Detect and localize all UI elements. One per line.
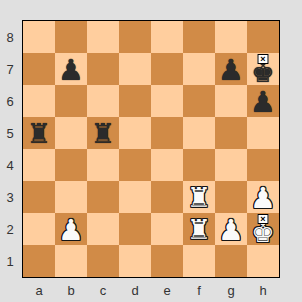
square-c2[interactable]: [87, 213, 119, 245]
square-g5[interactable]: [215, 117, 247, 149]
piece-white-rook[interactable]: ♜: [187, 214, 211, 246]
square-g3[interactable]: [215, 181, 247, 213]
rank-label-8: 8: [0, 21, 20, 53]
square-g6[interactable]: [215, 85, 247, 117]
square-g4[interactable]: [215, 149, 247, 181]
square-c4[interactable]: [87, 149, 119, 181]
square-f1[interactable]: [183, 245, 215, 277]
square-h7[interactable]: ×♚: [247, 53, 279, 85]
rank-label-6: 6: [0, 85, 20, 117]
square-b2[interactable]: ♟: [55, 213, 87, 245]
piece-black-pawn[interactable]: ♟: [250, 86, 276, 118]
square-d2[interactable]: [119, 213, 151, 245]
square-d6[interactable]: [119, 85, 151, 117]
square-c7[interactable]: [87, 53, 119, 85]
piece-black-pawn[interactable]: ♟: [58, 54, 84, 86]
piece-black-king[interactable]: ♚: [251, 61, 274, 85]
square-d4[interactable]: [119, 149, 151, 181]
square-a6[interactable]: [23, 85, 55, 117]
square-h2[interactable]: ×♚: [247, 213, 279, 245]
square-b3[interactable]: [55, 181, 87, 213]
piece-white-pawn[interactable]: ♟: [250, 182, 276, 214]
square-c6[interactable]: [87, 85, 119, 117]
square-h4[interactable]: [247, 149, 279, 181]
rank-labels: 8 7 6 5 4 3 2 1: [0, 21, 20, 277]
rank-label-3: 3: [0, 181, 20, 213]
square-c8[interactable]: [87, 21, 119, 53]
square-a3[interactable]: [23, 181, 55, 213]
square-a8[interactable]: [23, 21, 55, 53]
square-f5[interactable]: [183, 117, 215, 149]
piece-white-rook[interactable]: ♜: [187, 182, 211, 214]
file-label-g: g: [215, 279, 247, 299]
square-g7[interactable]: ♟: [215, 53, 247, 85]
square-d3[interactable]: [119, 181, 151, 213]
square-g8[interactable]: [215, 21, 247, 53]
square-e2[interactable]: [151, 213, 183, 245]
square-f6[interactable]: [183, 85, 215, 117]
square-h6[interactable]: ♟: [247, 85, 279, 117]
square-f8[interactable]: [183, 21, 215, 53]
square-b5[interactable]: [55, 117, 87, 149]
rank-label-7: 7: [0, 53, 20, 85]
square-c3[interactable]: [87, 181, 119, 213]
rank-label-5: 5: [0, 117, 20, 149]
square-c1[interactable]: [87, 245, 119, 277]
piece-white-pawn[interactable]: ♟: [218, 214, 244, 246]
square-h3[interactable]: ♟: [247, 181, 279, 213]
square-e3[interactable]: [151, 181, 183, 213]
chess-board: ♟♟×♚♟♜♜♜♟♟♜♟×♚: [22, 20, 280, 278]
square-h5[interactable]: [247, 117, 279, 149]
piece-black-rook[interactable]: ♜: [91, 118, 115, 150]
file-label-a: a: [23, 279, 55, 299]
square-d7[interactable]: [119, 53, 151, 85]
square-h8[interactable]: [247, 21, 279, 53]
square-a7[interactable]: [23, 53, 55, 85]
file-label-h: h: [247, 279, 279, 299]
square-h1[interactable]: [247, 245, 279, 277]
square-g1[interactable]: [215, 245, 247, 277]
piece-white-pawn[interactable]: ♟: [58, 214, 84, 246]
square-b7[interactable]: ♟: [55, 53, 87, 85]
piece-white-king[interactable]: ♚: [251, 221, 274, 245]
piece-black-pawn[interactable]: ♟: [218, 54, 244, 86]
square-b4[interactable]: [55, 149, 87, 181]
file-label-b: b: [55, 279, 87, 299]
square-a2[interactable]: [23, 213, 55, 245]
square-e6[interactable]: [151, 85, 183, 117]
square-g2[interactable]: ♟: [215, 213, 247, 245]
square-c5[interactable]: ♜: [87, 117, 119, 149]
square-e4[interactable]: [151, 149, 183, 181]
square-e7[interactable]: [151, 53, 183, 85]
file-label-c: c: [87, 279, 119, 299]
square-e5[interactable]: [151, 117, 183, 149]
rank-label-4: 4: [0, 149, 20, 181]
square-a5[interactable]: ♜: [23, 117, 55, 149]
square-b6[interactable]: [55, 85, 87, 117]
file-label-f: f: [183, 279, 215, 299]
square-d8[interactable]: [119, 21, 151, 53]
chess-diagram: 8 7 6 5 4 3 2 1 ♟♟×♚♟♜♜♜♟♟♜♟×♚ a b c d e…: [0, 0, 302, 302]
square-e8[interactable]: [151, 21, 183, 53]
file-label-d: d: [119, 279, 151, 299]
square-d5[interactable]: [119, 117, 151, 149]
square-a1[interactable]: [23, 245, 55, 277]
king-cross-icon: ×: [258, 54, 269, 64]
file-label-e: e: [151, 279, 183, 299]
rank-label-2: 2: [0, 213, 20, 245]
square-f3[interactable]: ♜: [183, 181, 215, 213]
square-b8[interactable]: [55, 21, 87, 53]
square-a4[interactable]: [23, 149, 55, 181]
rank-label-1: 1: [0, 245, 20, 277]
piece-black-rook[interactable]: ♜: [27, 118, 51, 150]
square-e1[interactable]: [151, 245, 183, 277]
square-b1[interactable]: [55, 245, 87, 277]
square-d1[interactable]: [119, 245, 151, 277]
square-f2[interactable]: ♜: [183, 213, 215, 245]
square-f4[interactable]: [183, 149, 215, 181]
file-labels: a b c d e f g h: [23, 279, 279, 299]
square-f7[interactable]: [183, 53, 215, 85]
king-cross-icon: ×: [258, 214, 269, 224]
